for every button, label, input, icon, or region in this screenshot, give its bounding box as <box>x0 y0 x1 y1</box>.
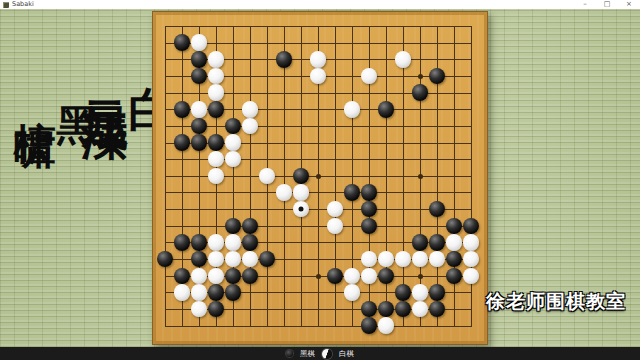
star-point <box>316 274 321 279</box>
stone-white <box>242 251 259 268</box>
stone-black <box>191 118 208 135</box>
stone-white <box>412 251 429 268</box>
stone-black <box>208 284 225 301</box>
stone-white <box>378 317 395 334</box>
stone-white <box>208 51 225 68</box>
stone-black <box>378 268 395 285</box>
stone-black <box>225 268 242 285</box>
white-name: 元晟溱 <box>82 63 129 81</box>
stone-white <box>242 101 259 118</box>
stone-black <box>225 284 242 301</box>
star-point <box>418 74 423 79</box>
stone-white <box>208 84 225 101</box>
board-grid[interactable] <box>165 26 472 327</box>
stone-white <box>191 284 208 301</box>
stone-white <box>276 184 293 201</box>
stone-white <box>208 68 225 85</box>
stone-black <box>429 284 446 301</box>
stone-white <box>327 218 344 235</box>
stone-white <box>225 251 242 268</box>
stone-black <box>395 301 412 318</box>
status-black-label: 黑棋 <box>300 347 315 360</box>
stone-black <box>174 134 191 151</box>
stone-black <box>395 284 412 301</box>
stone-black <box>361 184 378 201</box>
stone-white <box>463 234 480 251</box>
star-point <box>418 174 423 179</box>
stone-white <box>378 251 395 268</box>
stone-black <box>344 184 361 201</box>
status-bar: 黑棋 白棋 <box>0 347 640 360</box>
stone-black <box>412 234 429 251</box>
stone-white <box>361 268 378 285</box>
stone-white <box>446 234 463 251</box>
stone-black <box>429 201 446 218</box>
stone-black <box>174 101 191 118</box>
stone-white <box>344 268 361 285</box>
stone-black <box>191 134 208 151</box>
stone-black <box>191 234 208 251</box>
stone-white <box>429 251 446 268</box>
stone-black <box>191 51 208 68</box>
black-stone-icon <box>286 350 293 357</box>
stone-white <box>463 251 480 268</box>
stone-black <box>446 268 463 285</box>
stone-black <box>429 68 446 85</box>
stone-white <box>327 201 344 218</box>
stone-black <box>191 251 208 268</box>
star-point <box>316 174 321 179</box>
star-point <box>418 274 423 279</box>
stone-black <box>191 68 208 85</box>
maximize-button[interactable]: □ <box>596 0 618 9</box>
stone-black <box>242 234 259 251</box>
stone-black <box>361 201 378 218</box>
stone-white <box>395 51 412 68</box>
stone-white <box>310 68 327 85</box>
stone-white <box>208 168 225 185</box>
last-move-marker <box>299 207 304 212</box>
turn-indicator-icon[interactable] <box>322 349 332 359</box>
stone-white <box>344 284 361 301</box>
status-white-label: 白棋 <box>339 347 354 360</box>
stone-black <box>259 251 276 268</box>
stone-black <box>174 34 191 51</box>
stone-white <box>293 201 310 218</box>
black-name: 檀啸 <box>14 87 56 99</box>
stone-white <box>395 251 412 268</box>
stone-white <box>463 268 480 285</box>
stone-black <box>174 234 191 251</box>
stone-black <box>174 268 191 285</box>
stone-white <box>191 268 208 285</box>
stone-white <box>174 284 191 301</box>
stone-white <box>344 101 361 118</box>
stone-white <box>225 134 242 151</box>
stone-black <box>208 101 225 118</box>
stone-black <box>361 218 378 235</box>
stone-black <box>293 168 310 185</box>
stone-white <box>191 301 208 318</box>
stone-white <box>361 251 378 268</box>
stone-white <box>208 251 225 268</box>
stone-white <box>208 151 225 168</box>
go-board[interactable] <box>152 11 488 345</box>
stone-black <box>446 218 463 235</box>
close-button[interactable]: × <box>618 0 640 9</box>
app-icon <box>3 2 9 8</box>
watermark-text: 徐老师围棋教室 <box>486 289 626 315</box>
stone-black <box>361 317 378 334</box>
stone-black <box>242 218 259 235</box>
stone-black <box>225 118 242 135</box>
stone-black <box>429 301 446 318</box>
stone-white <box>191 101 208 118</box>
stone-black <box>208 301 225 318</box>
main-area: 黑 檀啸 白 元晟溱 徐老师围棋教室 <box>0 9 640 347</box>
stone-black <box>429 234 446 251</box>
minimize-button[interactable]: – <box>574 0 596 9</box>
stone-white <box>242 118 259 135</box>
stone-white <box>310 51 327 68</box>
stone-black <box>327 268 344 285</box>
stone-black <box>208 134 225 151</box>
title-bar: Sabaki – □ × <box>0 0 640 9</box>
stone-white <box>208 268 225 285</box>
stone-white <box>259 168 276 185</box>
stone-white <box>225 151 242 168</box>
stone-white <box>293 184 310 201</box>
window-controls: – □ × <box>574 0 640 9</box>
stone-white <box>361 68 378 85</box>
window-title: Sabaki <box>12 0 34 9</box>
stone-black <box>378 301 395 318</box>
stone-black <box>463 218 480 235</box>
stone-black <box>446 251 463 268</box>
stone-white <box>225 234 242 251</box>
stone-white <box>412 284 429 301</box>
stone-white <box>412 301 429 318</box>
stone-black <box>157 251 174 268</box>
stone-black <box>276 51 293 68</box>
stone-black <box>242 268 259 285</box>
stone-white <box>191 34 208 51</box>
stone-black <box>412 84 429 101</box>
stone-black <box>225 218 242 235</box>
stone-black <box>378 101 395 118</box>
stone-white <box>208 234 225 251</box>
stone-black <box>361 301 378 318</box>
